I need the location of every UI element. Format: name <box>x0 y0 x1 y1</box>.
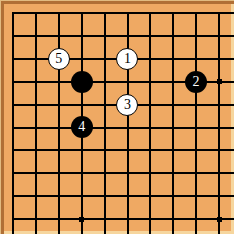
black-stone-2: 2 <box>185 71 207 93</box>
white-stone-5: 5 <box>48 48 70 70</box>
go-board-diagram: 51234 <box>0 0 234 234</box>
black-stone-4: 4 <box>71 116 93 138</box>
white-stone-3: 3 <box>116 94 138 116</box>
white-stone-1: 1 <box>116 48 138 70</box>
black-stone <box>71 71 93 93</box>
goban-grid: 51234 <box>2 2 234 234</box>
